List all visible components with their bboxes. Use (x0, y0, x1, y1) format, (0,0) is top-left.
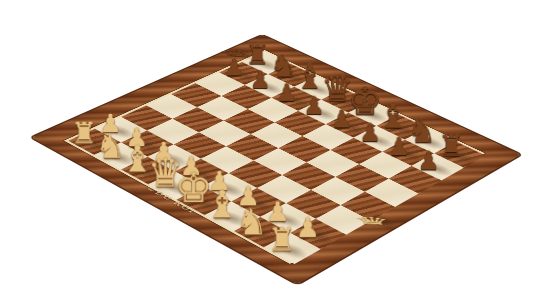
square-b4 (172, 107, 223, 132)
piece-black-bishop: ♝ (375, 99, 411, 133)
square-a7: ♟ (219, 62, 268, 85)
piece-black-pawn: ♟ (410, 148, 448, 173)
square-d7: ♟ (298, 100, 348, 125)
square-b5 (197, 96, 248, 121)
board-squares: ♜♞♝♛♚♝♞♜♟♟♟♟♟♟♟♟♟♟♟♟♟♟♟♟♜♞♝♛♚♝♞♜ (64, 50, 485, 264)
square-c5 (224, 109, 275, 134)
square-b7: ♟ (245, 74, 294, 98)
square-c6 (248, 98, 298, 123)
piece-white-rook: ♜ (262, 224, 303, 256)
square-e7: ♟ (326, 113, 377, 138)
square-c8: ♝ (294, 76, 343, 100)
piece-black-pawn: ♟ (269, 81, 305, 105)
extra-black-queen: ♛ (220, 42, 268, 64)
square-e8: ♚ (348, 101, 398, 126)
piece-black-bishop: ♝ (293, 61, 328, 94)
square-c7: ♟ (271, 87, 321, 111)
square-a5 (171, 83, 221, 107)
piece-black-pawn: ♟ (324, 107, 360, 132)
square-e6 (302, 124, 353, 150)
square-a6 (195, 73, 244, 97)
board-tilt-wrap: ♜♞♝♛♚♝♞♜♟♟♟♟♟♟♟♟♟♟♟♟♟♟♟♟♜♞♝♛♚♝♞♜ ♛♛ ♔DU … (92, 0, 463, 288)
square-b8: ♞ (268, 64, 317, 87)
square-b6 (221, 85, 271, 109)
square-a4 (146, 94, 197, 119)
piece-black-pawn: ♟ (296, 94, 332, 118)
square-d8: ♛ (321, 89, 371, 113)
piece-black-king: ♚ (347, 82, 383, 121)
square-d6 (275, 111, 326, 136)
piece-black-queen: ♛ (320, 71, 356, 107)
piece-black-pawn: ♟ (243, 68, 278, 92)
board-perspective-wrap: ♜♞♝♛♚♝♞♜♟♟♟♟♟♟♟♟♟♟♟♟♟♟♟♟♜♞♝♛♚♝♞♜ ♛♛ ♔DU … (0, 0, 533, 288)
piece-black-knight: ♞ (266, 50, 301, 81)
square-d5 (251, 122, 303, 148)
piece-black-queen: ♛ (217, 49, 253, 59)
chess-board: ♜♞♝♛♚♝♞♜♟♟♟♟♟♟♟♟♟♟♟♟♟♟♟♟♜♞♝♛♚♝♞♜ ♛♛ ♔DU … (31, 35, 521, 284)
product-photo-scene: ♜♞♝♛♚♝♞♜♟♟♟♟♟♟♟♟♟♟♟♟♟♟♟♟♜♞♝♛♚♝♞♜ ♛♛ ♔DU … (0, 0, 533, 288)
